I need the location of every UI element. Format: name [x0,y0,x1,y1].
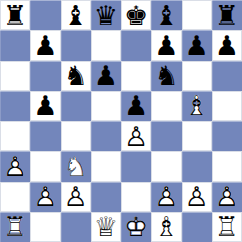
square-g4[interactable] [182,121,212,151]
square-b2-white-pawn[interactable]: ♟♙ [30,182,60,212]
piece-white-king-icon: ♔ [121,212,151,242]
square-c8-black-bishop[interactable]: ♝ [61,0,91,30]
piece-black-pawn-icon: ♟ [30,91,60,121]
square-e4-white-pawn[interactable]: ♟♙ [121,121,151,151]
piece-black-bishop-icon: ♝ [151,0,181,30]
square-a7[interactable] [0,30,30,60]
square-d7[interactable] [91,30,121,60]
square-h3[interactable] [212,151,242,181]
square-c3-white-knight[interactable]: ♞♘ [61,151,91,181]
piece-white-pawn-fill: ♟ [151,182,181,212]
piece-white-pawn-fill: ♟ [61,182,91,212]
square-g2-white-pawn[interactable]: ♟♙ [182,182,212,212]
piece-white-knight-icon: ♘ [61,151,91,181]
piece-white-rook-icon: ♖ [212,212,242,242]
piece-white-rook-fill: ♜ [0,212,30,242]
square-g7-black-pawn[interactable]: ♟ [182,30,212,60]
square-h7-black-pawn[interactable]: ♟ [212,30,242,60]
piece-white-pawn-icon: ♙ [212,182,242,212]
square-b8[interactable] [30,0,60,30]
square-f6-black-knight[interactable]: ♞ [151,61,181,91]
square-a6[interactable] [0,61,30,91]
square-f4[interactable] [151,121,181,151]
piece-white-bishop-icon: ♗ [151,212,181,242]
square-c4[interactable] [61,121,91,151]
piece-black-pawn-icon: ♟ [151,30,181,60]
square-f2-white-pawn[interactable]: ♟♙ [151,182,181,212]
square-h4[interactable] [212,121,242,151]
piece-white-queen-fill: ♛ [91,212,121,242]
square-a4[interactable] [0,121,30,151]
piece-white-pawn-fill: ♟ [212,182,242,212]
square-b4[interactable] [30,121,60,151]
piece-black-queen-icon: ♛ [91,0,121,30]
piece-white-bishop-fill: ♝ [182,91,212,121]
square-c1[interactable] [61,212,91,242]
piece-white-bishop-icon: ♗ [182,91,212,121]
square-d3[interactable] [91,151,121,181]
piece-black-bishop-icon: ♝ [61,0,91,30]
square-g6[interactable] [182,61,212,91]
square-b1[interactable] [30,212,60,242]
square-d6-black-pawn[interactable]: ♟ [91,61,121,91]
piece-white-rook-icon: ♖ [0,212,30,242]
piece-black-pawn-icon: ♟ [212,30,242,60]
square-a5[interactable] [0,91,30,121]
square-d4[interactable] [91,121,121,151]
square-h5[interactable] [212,91,242,121]
square-a2[interactable] [0,182,30,212]
square-d5[interactable] [91,91,121,121]
square-c6-black-knight[interactable]: ♞ [61,61,91,91]
square-e7[interactable] [121,30,151,60]
piece-black-pawn-icon: ♟ [121,91,151,121]
piece-white-pawn-fill: ♟ [0,151,30,181]
square-c7[interactable] [61,30,91,60]
square-h1-white-rook[interactable]: ♜♖ [212,212,242,242]
piece-white-pawn-fill: ♟ [182,182,212,212]
chess-board: ♜♝♛♚♝♜♟♟♟♟♞♟♞♟♟♝♗♟♙♟♙♞♘♟♙♟♙♟♙♟♙♟♙♜♖♛♕♚♔♝… [0,0,242,242]
piece-black-pawn-icon: ♟ [30,30,60,60]
piece-black-pawn-icon: ♟ [91,61,121,91]
piece-black-rook-icon: ♜ [0,0,30,30]
piece-white-pawn-icon: ♙ [121,121,151,151]
piece-white-pawn-icon: ♙ [0,151,30,181]
square-f8-black-bishop[interactable]: ♝ [151,0,181,30]
square-e6[interactable] [121,61,151,91]
square-g5-white-bishop[interactable]: ♝♗ [182,91,212,121]
square-e8-black-king[interactable]: ♚ [121,0,151,30]
square-b7-black-pawn[interactable]: ♟ [30,30,60,60]
square-g8[interactable] [182,0,212,30]
square-e1-white-king[interactable]: ♚♔ [121,212,151,242]
piece-white-knight-fill: ♞ [61,151,91,181]
square-e2[interactable] [121,182,151,212]
piece-white-pawn-icon: ♙ [151,182,181,212]
piece-black-pawn-icon: ♟ [182,30,212,60]
square-b3[interactable] [30,151,60,181]
piece-black-rook-icon: ♜ [212,0,242,30]
piece-white-rook-fill: ♜ [212,212,242,242]
piece-white-pawn-icon: ♙ [61,182,91,212]
square-g3[interactable] [182,151,212,181]
square-f3[interactable] [151,151,181,181]
piece-white-pawn-fill: ♟ [121,121,151,151]
piece-black-king-icon: ♚ [121,0,151,30]
square-a1-white-rook[interactable]: ♜♖ [0,212,30,242]
piece-white-bishop-fill: ♝ [151,212,181,242]
piece-black-knight-icon: ♞ [61,61,91,91]
square-e3[interactable] [121,151,151,181]
square-c5[interactable] [61,91,91,121]
square-f7-black-pawn[interactable]: ♟ [151,30,181,60]
piece-white-pawn-fill: ♟ [30,182,60,212]
square-g1[interactable] [182,212,212,242]
square-b6[interactable] [30,61,60,91]
square-d1-white-queen[interactable]: ♛♕ [91,212,121,242]
square-a3-white-pawn[interactable]: ♟♙ [0,151,30,181]
piece-white-king-fill: ♚ [121,212,151,242]
square-d2[interactable] [91,182,121,212]
square-h2-white-pawn[interactable]: ♟♙ [212,182,242,212]
piece-white-queen-icon: ♕ [91,212,121,242]
piece-white-pawn-icon: ♙ [30,182,60,212]
square-e5-black-pawn[interactable]: ♟ [121,91,151,121]
square-a8-black-rook[interactable]: ♜ [0,0,30,30]
square-f1-white-bishop[interactable]: ♝♗ [151,212,181,242]
square-c2-white-pawn[interactable]: ♟♙ [61,182,91,212]
square-f5[interactable] [151,91,181,121]
square-b5-black-pawn[interactable]: ♟ [30,91,60,121]
piece-black-knight-icon: ♞ [151,61,181,91]
square-h6[interactable] [212,61,242,91]
piece-white-pawn-icon: ♙ [182,182,212,212]
square-h8-black-rook[interactable]: ♜ [212,0,242,30]
square-d8-black-queen[interactable]: ♛ [91,0,121,30]
